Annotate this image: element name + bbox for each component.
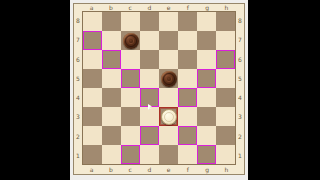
file-labels-bottom: abcdefgh [82,165,236,174]
file-label-b: b [101,165,120,174]
file-label-c: c [121,165,140,174]
square-e8[interactable] [159,12,178,31]
square-g1[interactable] [197,145,216,164]
piece-ring [128,38,134,44]
file-label-f: f [178,165,197,174]
file-label-a: a [82,4,101,11]
square-f5[interactable] [178,69,197,88]
square-d3[interactable] [140,107,159,126]
square-g6[interactable] [197,50,216,69]
rank-labels-left: 87654321 [74,11,82,165]
square-e3[interactable] [159,107,178,126]
square-a5[interactable] [83,69,102,88]
square-c7[interactable] [121,31,140,50]
square-f7[interactable] [178,31,197,50]
white-checker[interactable] [161,109,177,125]
square-h8[interactable] [216,12,235,31]
file-label-a: a [82,165,101,174]
file-labels-top: abcdefgh [82,4,236,11]
square-h2[interactable] [216,126,235,145]
square-g5[interactable] [197,69,216,88]
square-g4[interactable] [197,88,216,107]
file-label-h: h [217,165,236,174]
square-h5[interactable] [216,69,235,88]
square-d6[interactable] [140,50,159,69]
video-frame: abcdefgh abcdefgh 87654321 87654321 [0,0,320,180]
square-h4[interactable] [216,88,235,107]
rank-label-8: 8 [74,11,82,30]
rank-label-1: 1 [236,146,244,165]
square-d5[interactable] [140,69,159,88]
square-f4[interactable] [178,88,197,107]
rank-label-3: 3 [74,107,82,126]
square-d2[interactable] [140,126,159,145]
square-g3[interactable] [197,107,216,126]
board-grid [82,11,236,165]
letterbox-right [248,0,320,180]
square-a4[interactable] [83,88,102,107]
rank-label-3: 3 [236,107,244,126]
file-label-c: c [121,4,140,11]
square-c4[interactable] [121,88,140,107]
rank-labels-right: 87654321 [236,11,244,165]
rank-label-4: 4 [74,88,82,107]
checkers-board: abcdefgh abcdefgh 87654321 87654321 [73,3,245,175]
square-c1[interactable] [121,145,140,164]
square-f1[interactable] [178,145,197,164]
square-e4[interactable] [159,88,178,107]
square-h3[interactable] [216,107,235,126]
rank-label-2: 2 [236,127,244,146]
square-b1[interactable] [102,145,121,164]
rank-label-2: 2 [74,127,82,146]
file-label-h: h [217,4,236,11]
piece-ring [164,112,174,122]
square-e7[interactable] [159,31,178,50]
square-b7[interactable] [102,31,121,50]
square-d8[interactable] [140,12,159,31]
square-c6[interactable] [121,50,140,69]
square-d7[interactable] [140,31,159,50]
square-h7[interactable] [216,31,235,50]
file-label-d: d [140,4,159,11]
square-f6[interactable] [178,50,197,69]
letterbox-left [0,0,70,180]
rank-label-4: 4 [236,88,244,107]
square-e6[interactable] [159,50,178,69]
rank-label-5: 5 [74,69,82,88]
square-c2[interactable] [121,126,140,145]
piece-ring [166,76,172,82]
square-c5[interactable] [121,69,140,88]
black-checker[interactable] [123,33,139,49]
rank-label-7: 7 [236,30,244,49]
square-b5[interactable] [102,69,121,88]
square-f8[interactable] [178,12,197,31]
square-g2[interactable] [197,126,216,145]
square-a3[interactable] [83,107,102,126]
file-label-d: d [140,165,159,174]
square-a6[interactable] [83,50,102,69]
square-a8[interactable] [83,12,102,31]
black-checker[interactable] [161,71,177,87]
file-label-f: f [178,4,197,11]
square-a2[interactable] [83,126,102,145]
square-e1[interactable] [159,145,178,164]
file-label-g: g [198,165,217,174]
square-h1[interactable] [216,145,235,164]
board-panel: abcdefgh abcdefgh 87654321 87654321 [70,0,248,180]
file-label-b: b [101,4,120,11]
rank-label-1: 1 [74,146,82,165]
square-e5[interactable] [159,69,178,88]
square-b2[interactable] [102,126,121,145]
file-label-e: e [159,165,178,174]
square-b6[interactable] [102,50,121,69]
square-b8[interactable] [102,12,121,31]
square-b4[interactable] [102,88,121,107]
rank-label-7: 7 [74,30,82,49]
square-d4[interactable] [140,88,159,107]
square-g8[interactable] [197,12,216,31]
square-c3[interactable] [121,107,140,126]
rank-label-6: 6 [236,50,244,69]
rank-label-5: 5 [236,69,244,88]
square-c8[interactable] [121,12,140,31]
file-label-e: e [159,4,178,11]
square-b3[interactable] [102,107,121,126]
square-h6[interactable] [216,50,235,69]
square-f2[interactable] [178,126,197,145]
square-a7[interactable] [83,31,102,50]
square-d1[interactable] [140,145,159,164]
square-e2[interactable] [159,126,178,145]
square-g7[interactable] [197,31,216,50]
square-f3[interactable] [178,107,197,126]
rank-label-8: 8 [236,11,244,30]
file-label-g: g [198,4,217,11]
square-a1[interactable] [83,145,102,164]
rank-label-6: 6 [74,50,82,69]
